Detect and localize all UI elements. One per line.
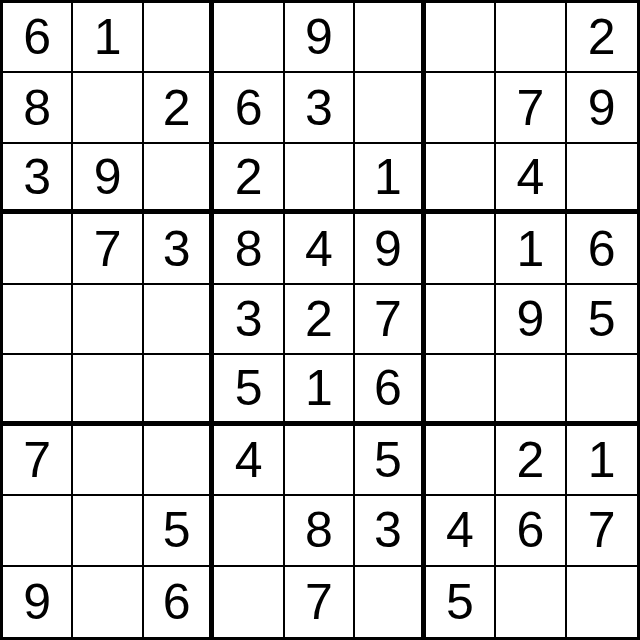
cell-r4c7[interactable] [426, 214, 496, 284]
cell-r9c6[interactable] [355, 567, 425, 637]
cell-r7c9[interactable]: 1 [567, 426, 637, 496]
cell-r6c5[interactable]: 1 [285, 355, 355, 425]
cell-r1c9[interactable]: 2 [567, 3, 637, 73]
cell-r7c7[interactable] [426, 426, 496, 496]
cell-r6c9[interactable] [567, 355, 637, 425]
cell-r5c6[interactable]: 7 [355, 285, 425, 355]
cell-r8c4[interactable] [214, 496, 284, 566]
cell-r9c7[interactable]: 5 [426, 567, 496, 637]
cell-r8c5[interactable]: 8 [285, 496, 355, 566]
cell-r9c1[interactable]: 9 [3, 567, 73, 637]
cell-r9c5[interactable]: 7 [285, 567, 355, 637]
cell-r2c1[interactable]: 8 [3, 73, 73, 143]
cell-r1c1[interactable]: 6 [3, 3, 73, 73]
cell-r3c9[interactable] [567, 144, 637, 214]
cell-r1c5[interactable]: 9 [285, 3, 355, 73]
cell-r5c4[interactable]: 3 [214, 285, 284, 355]
cell-r4c1[interactable] [3, 214, 73, 284]
cell-r7c5[interactable] [285, 426, 355, 496]
cell-r3c4[interactable]: 2 [214, 144, 284, 214]
cell-r8c6[interactable]: 3 [355, 496, 425, 566]
cell-r7c4[interactable]: 4 [214, 426, 284, 496]
cell-r2c3[interactable]: 2 [144, 73, 214, 143]
cell-r8c1[interactable] [3, 496, 73, 566]
cell-r3c3[interactable] [144, 144, 214, 214]
cell-r1c8[interactable] [496, 3, 566, 73]
cell-r1c4[interactable] [214, 3, 284, 73]
cell-r3c6[interactable]: 1 [355, 144, 425, 214]
cell-r5c9[interactable]: 5 [567, 285, 637, 355]
cell-r8c7[interactable]: 4 [426, 496, 496, 566]
cell-r5c7[interactable] [426, 285, 496, 355]
cell-r4c9[interactable]: 6 [567, 214, 637, 284]
cell-r5c5[interactable]: 2 [285, 285, 355, 355]
cell-r1c2[interactable]: 1 [73, 3, 143, 73]
cell-r1c6[interactable] [355, 3, 425, 73]
cell-r6c2[interactable] [73, 355, 143, 425]
cell-r2c2[interactable] [73, 73, 143, 143]
cell-r7c6[interactable]: 5 [355, 426, 425, 496]
cell-r3c1[interactable]: 3 [3, 144, 73, 214]
cell-r2c9[interactable]: 9 [567, 73, 637, 143]
cell-r9c9[interactable] [567, 567, 637, 637]
cell-r1c3[interactable] [144, 3, 214, 73]
cell-r8c3[interactable]: 5 [144, 496, 214, 566]
cell-r2c7[interactable] [426, 73, 496, 143]
cell-r4c4[interactable]: 8 [214, 214, 284, 284]
cell-r7c1[interactable]: 7 [3, 426, 73, 496]
cell-r4c3[interactable]: 3 [144, 214, 214, 284]
cell-r1c7[interactable] [426, 3, 496, 73]
cell-r8c8[interactable]: 6 [496, 496, 566, 566]
cell-r7c2[interactable] [73, 426, 143, 496]
cell-r2c4[interactable]: 6 [214, 73, 284, 143]
cell-r9c3[interactable]: 6 [144, 567, 214, 637]
cell-r3c2[interactable]: 9 [73, 144, 143, 214]
cell-r4c8[interactable]: 1 [496, 214, 566, 284]
cell-r5c1[interactable] [3, 285, 73, 355]
cell-r4c5[interactable]: 4 [285, 214, 355, 284]
cell-r3c8[interactable]: 4 [496, 144, 566, 214]
cell-r9c8[interactable] [496, 567, 566, 637]
cell-r2c8[interactable]: 7 [496, 73, 566, 143]
cell-r8c9[interactable]: 7 [567, 496, 637, 566]
cell-r6c4[interactable]: 5 [214, 355, 284, 425]
sudoku-board: 6192826379392147384916327955167452158346… [0, 0, 640, 640]
cell-r9c4[interactable] [214, 567, 284, 637]
cell-r4c2[interactable]: 7 [73, 214, 143, 284]
cell-r9c2[interactable] [73, 567, 143, 637]
cell-r6c3[interactable] [144, 355, 214, 425]
cell-r5c8[interactable]: 9 [496, 285, 566, 355]
cell-r5c2[interactable] [73, 285, 143, 355]
cell-r2c6[interactable] [355, 73, 425, 143]
cell-r3c5[interactable] [285, 144, 355, 214]
cell-r3c7[interactable] [426, 144, 496, 214]
cell-r5c3[interactable] [144, 285, 214, 355]
cell-r6c7[interactable] [426, 355, 496, 425]
cell-r8c2[interactable] [73, 496, 143, 566]
cell-r2c5[interactable]: 3 [285, 73, 355, 143]
cell-r6c8[interactable] [496, 355, 566, 425]
cell-r7c8[interactable]: 2 [496, 426, 566, 496]
cell-r6c6[interactable]: 6 [355, 355, 425, 425]
cell-r4c6[interactable]: 9 [355, 214, 425, 284]
cell-r7c3[interactable] [144, 426, 214, 496]
cell-r6c1[interactable] [3, 355, 73, 425]
